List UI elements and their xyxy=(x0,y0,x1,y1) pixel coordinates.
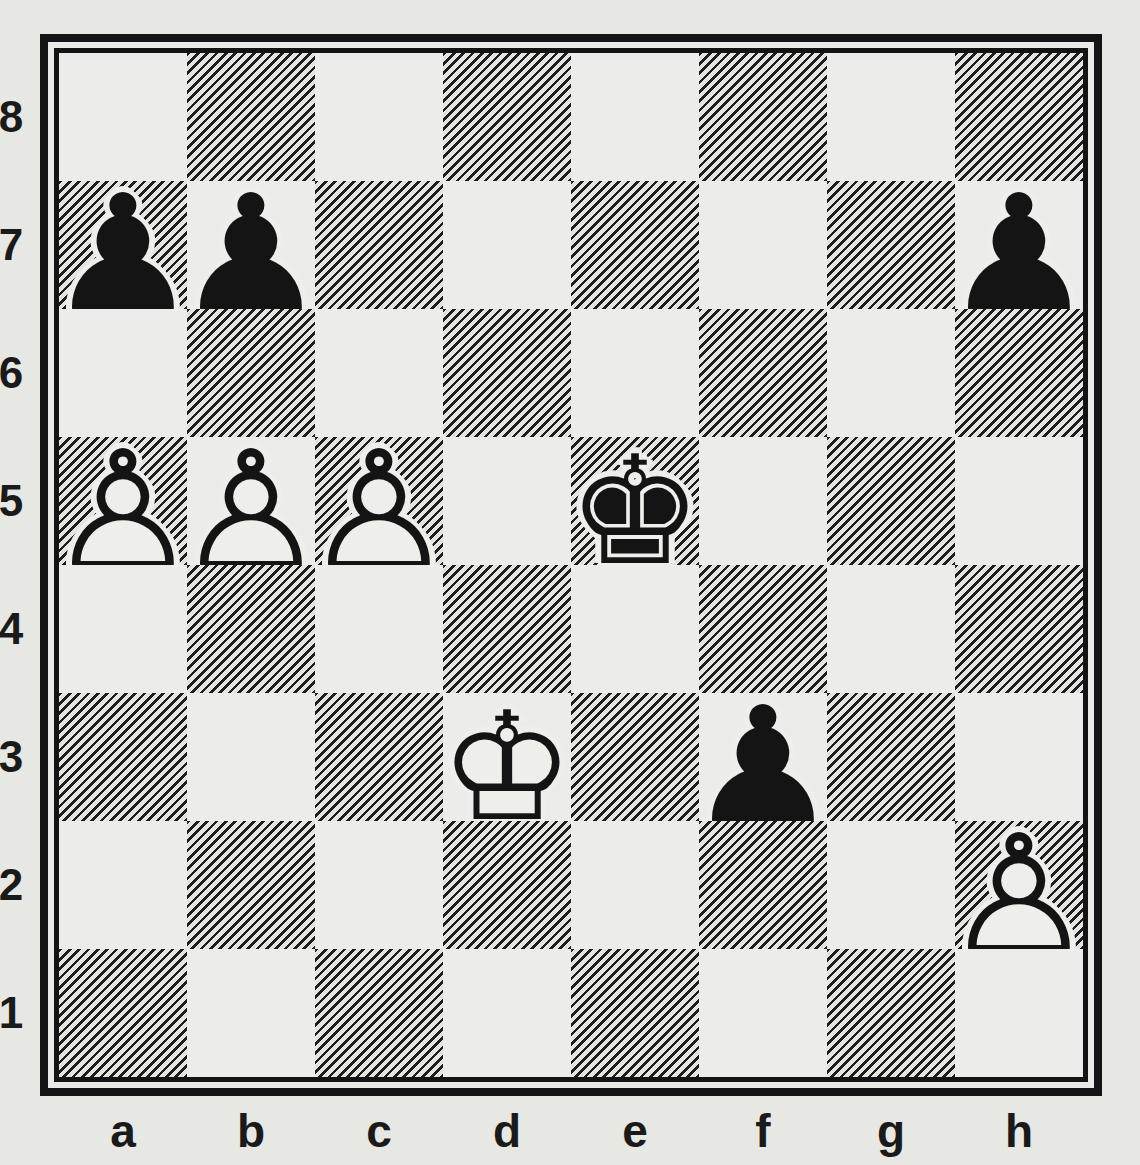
white-king-halo: ♚ xyxy=(443,703,571,831)
square-b8 xyxy=(187,53,315,181)
white-pawn-halo: ♟ xyxy=(955,833,1083,961)
square-g5 xyxy=(827,437,955,565)
square-a1 xyxy=(59,949,187,1077)
square-b3 xyxy=(187,693,315,821)
square-e3 xyxy=(571,693,699,821)
square-e6 xyxy=(571,309,699,437)
rank-label-4: 4 xyxy=(0,565,32,693)
square-a3 xyxy=(59,693,187,821)
square-h1 xyxy=(955,949,1083,1077)
rank-labels: 87654321 xyxy=(0,53,32,1077)
rank-label-7: 7 xyxy=(0,181,32,309)
square-e2 xyxy=(571,821,699,949)
white-pawn: ♙ xyxy=(187,449,315,577)
file-label-b: b xyxy=(187,1102,315,1160)
square-b6 xyxy=(187,309,315,437)
square-a2 xyxy=(59,821,187,949)
file-label-e: e xyxy=(571,1102,699,1160)
white-pawn: ♙ xyxy=(59,449,187,577)
square-b7: ♟♟ xyxy=(187,181,315,309)
rank-label-2: 2 xyxy=(0,821,32,949)
black-pawn: ♟ xyxy=(699,705,827,833)
square-d8 xyxy=(443,53,571,181)
square-d5 xyxy=(443,437,571,565)
black-pawn-halo: ♟ xyxy=(187,193,315,321)
square-b4 xyxy=(187,565,315,693)
square-c5: ♟♙ xyxy=(315,437,443,565)
square-h6 xyxy=(955,309,1083,437)
black-pawn-halo: ♟ xyxy=(59,193,187,321)
white-pawn-halo: ♟ xyxy=(315,449,443,577)
square-d2 xyxy=(443,821,571,949)
square-d4 xyxy=(443,565,571,693)
rank-label-1: 1 xyxy=(0,949,32,1077)
black-pawn: ♟ xyxy=(59,193,187,321)
square-c6 xyxy=(315,309,443,437)
square-d6 xyxy=(443,309,571,437)
file-label-f: f xyxy=(699,1102,827,1160)
rank-label-6: 6 xyxy=(0,309,32,437)
square-f8 xyxy=(699,53,827,181)
black-pawn-halo: ♟ xyxy=(955,193,1083,321)
square-g6 xyxy=(827,309,955,437)
square-b2 xyxy=(187,821,315,949)
file-labels: abcdefgh xyxy=(59,1102,1083,1160)
square-e8 xyxy=(571,53,699,181)
square-e4 xyxy=(571,565,699,693)
board-grid: ♟♟♟♟♟♟♟♙♟♙♟♙♚♚♚♔♟♟♟♙ xyxy=(54,48,1088,1082)
square-h8 xyxy=(955,53,1083,181)
square-h7: ♟♟ xyxy=(955,181,1083,309)
square-g7 xyxy=(827,181,955,309)
square-b1 xyxy=(187,949,315,1077)
square-e1 xyxy=(571,949,699,1077)
square-e7 xyxy=(571,181,699,309)
square-h2: ♟♙ xyxy=(955,821,1083,949)
white-pawn-halo: ♟ xyxy=(59,449,187,577)
square-e5: ♚♚ xyxy=(571,437,699,565)
square-c8 xyxy=(315,53,443,181)
square-a5: ♟♙ xyxy=(59,437,187,565)
rank-label-3: 3 xyxy=(0,693,32,821)
file-label-a: a xyxy=(59,1102,187,1160)
square-f3: ♟♟ xyxy=(699,693,827,821)
white-pawn: ♙ xyxy=(955,833,1083,961)
square-a4 xyxy=(59,565,187,693)
square-f2 xyxy=(699,821,827,949)
square-a7: ♟♟ xyxy=(59,181,187,309)
paper-background: { "game": "chess", "diagram_style": "new… xyxy=(0,0,1140,1165)
square-h4 xyxy=(955,565,1083,693)
square-b5: ♟♙ xyxy=(187,437,315,565)
square-f5 xyxy=(699,437,827,565)
file-label-d: d xyxy=(443,1102,571,1160)
black-king: ♚ xyxy=(571,447,699,575)
square-c4 xyxy=(315,565,443,693)
square-c3 xyxy=(315,693,443,821)
square-h3 xyxy=(955,693,1083,821)
black-pawn-halo: ♟ xyxy=(699,705,827,833)
black-pawn: ♟ xyxy=(187,193,315,321)
square-a8 xyxy=(59,53,187,181)
square-d3: ♚♔ xyxy=(443,693,571,821)
rank-label-5: 5 xyxy=(0,437,32,565)
rank-label-8: 8 xyxy=(0,53,32,181)
square-g3 xyxy=(827,693,955,821)
square-f1 xyxy=(699,949,827,1077)
square-c7 xyxy=(315,181,443,309)
black-pawn: ♟ xyxy=(955,193,1083,321)
white-pawn-halo: ♟ xyxy=(187,449,315,577)
square-g2 xyxy=(827,821,955,949)
square-d7 xyxy=(443,181,571,309)
white-king: ♔ xyxy=(443,703,571,831)
square-a6 xyxy=(59,309,187,437)
white-pawn: ♙ xyxy=(315,449,443,577)
file-label-h: h xyxy=(955,1102,1083,1160)
square-f7 xyxy=(699,181,827,309)
square-g8 xyxy=(827,53,955,181)
square-f6 xyxy=(699,309,827,437)
square-c2 xyxy=(315,821,443,949)
square-g4 xyxy=(827,565,955,693)
file-label-g: g xyxy=(827,1102,955,1160)
square-g1 xyxy=(827,949,955,1077)
square-f4 xyxy=(699,565,827,693)
square-h5 xyxy=(955,437,1083,565)
square-d1 xyxy=(443,949,571,1077)
black-king-halo: ♚ xyxy=(571,447,699,575)
square-c1 xyxy=(315,949,443,1077)
file-label-c: c xyxy=(315,1102,443,1160)
board-frame: ♟♟♟♟♟♟♟♙♟♙♟♙♚♚♚♔♟♟♟♙ xyxy=(40,34,1102,1096)
